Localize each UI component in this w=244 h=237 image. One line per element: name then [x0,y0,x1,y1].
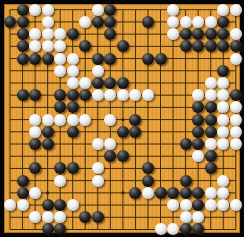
black-stone[interactable] [42,199,54,211]
black-stone[interactable] [192,187,204,199]
black-stone[interactable] [17,16,29,28]
black-stone[interactable] [17,89,29,101]
black-stone[interactable] [117,150,129,162]
white-stone[interactable] [192,150,204,162]
white-stone[interactable] [217,114,229,126]
black-stone[interactable] [67,89,79,101]
white-stone[interactable] [167,223,179,235]
white-stone[interactable] [167,199,179,211]
black-stone[interactable] [217,65,229,77]
black-stone[interactable] [142,175,154,187]
white-stone[interactable] [217,138,229,150]
white-stone[interactable] [67,199,79,211]
white-stone[interactable] [42,211,54,223]
black-stone[interactable] [205,126,217,138]
white-stone[interactable] [67,53,79,65]
white-stone[interactable] [217,175,229,187]
white-stone[interactable] [180,211,192,223]
black-stone[interactable] [54,162,66,174]
white-stone[interactable] [67,77,79,89]
black-stone[interactable] [54,101,66,113]
black-stone[interactable] [54,223,66,235]
white-stone[interactable] [192,16,204,28]
white-stone[interactable] [230,53,242,65]
white-stone[interactable] [230,199,242,211]
black-stone[interactable] [205,150,217,162]
black-stone[interactable] [117,126,129,138]
white-stone[interactable] [217,77,229,89]
black-stone[interactable] [54,89,66,101]
black-stone[interactable] [192,40,204,52]
white-stone[interactable] [92,89,104,101]
black-stone[interactable] [192,101,204,113]
white-stone[interactable] [92,162,104,174]
white-stone[interactable] [104,114,116,126]
white-stone[interactable] [42,40,54,52]
white-stone[interactable] [167,16,179,28]
black-stone[interactable] [217,16,229,28]
black-stone[interactable] [167,187,179,199]
white-stone[interactable] [230,101,242,113]
white-stone[interactable] [4,199,16,211]
white-stone[interactable] [104,138,116,150]
black-stone[interactable] [205,28,217,40]
black-stone[interactable] [230,89,242,101]
white-stone[interactable] [205,89,217,101]
black-stone[interactable] [17,53,29,65]
white-stone[interactable] [42,114,54,126]
white-stone[interactable] [155,223,167,235]
white-stone[interactable] [29,4,41,16]
black-stone[interactable] [42,126,54,138]
black-stone[interactable] [92,16,104,28]
white-stone[interactable] [29,40,41,52]
white-stone[interactable] [29,211,41,223]
black-stone[interactable] [92,77,104,89]
black-stone[interactable] [104,28,116,40]
white-stone[interactable] [54,53,66,65]
black-stone[interactable] [155,187,167,199]
white-stone[interactable] [54,28,66,40]
black-stone[interactable] [180,223,192,235]
black-stone[interactable] [42,138,54,150]
white-stone[interactable] [29,28,41,40]
black-stone[interactable] [104,77,116,89]
white-stone[interactable] [29,126,41,138]
black-stone[interactable] [192,114,204,126]
white-stone[interactable] [79,16,91,28]
white-stone[interactable] [92,4,104,16]
black-stone[interactable] [142,162,154,174]
black-stone[interactable] [29,89,41,101]
white-stone[interactable] [92,65,104,77]
black-stone[interactable] [104,150,116,162]
white-stone[interactable] [79,114,91,126]
black-stone[interactable] [180,40,192,52]
black-stone[interactable] [54,199,66,211]
white-stone[interactable] [142,187,154,199]
white-stone[interactable] [230,28,242,40]
white-stone[interactable] [54,211,66,223]
white-stone[interactable] [67,114,79,126]
black-stone[interactable] [29,53,41,65]
white-stone[interactable] [92,175,104,187]
black-stone[interactable] [79,211,91,223]
black-stone[interactable] [17,187,29,199]
black-stone[interactable] [142,16,154,28]
white-stone[interactable] [42,28,54,40]
black-stone[interactable] [217,40,229,52]
black-stone[interactable] [205,40,217,52]
white-stone[interactable] [29,187,41,199]
white-stone[interactable] [205,199,217,211]
black-stone[interactable] [104,16,116,28]
white-stone[interactable] [180,16,192,28]
white-stone[interactable] [54,114,66,126]
black-stone[interactable] [4,16,16,28]
black-stone[interactable] [142,53,154,65]
black-stone[interactable] [117,77,129,89]
black-stone[interactable] [17,175,29,187]
white-stone[interactable] [42,4,54,16]
white-stone[interactable] [217,187,229,199]
go-game-window [0,0,244,237]
white-stone[interactable] [205,16,217,28]
black-stone[interactable] [192,126,204,138]
white-stone[interactable] [67,65,79,77]
black-stone[interactable] [92,53,104,65]
black-stone[interactable] [117,40,129,52]
white-stone[interactable] [217,101,229,113]
black-stone[interactable] [104,53,116,65]
black-stone[interactable] [104,4,116,16]
black-stone[interactable] [192,223,204,235]
black-stone[interactable] [17,28,29,40]
white-stone[interactable] [230,138,242,150]
black-stone[interactable] [192,28,204,40]
black-stone[interactable] [180,28,192,40]
black-stone[interactable] [155,53,167,65]
white-stone[interactable] [104,89,116,101]
black-stone[interactable] [17,4,29,16]
black-stone[interactable] [180,187,192,199]
white-stone[interactable] [29,114,41,126]
white-stone[interactable] [117,89,129,101]
black-stone[interactable] [192,199,204,211]
white-stone[interactable] [92,138,104,150]
black-stone[interactable] [29,138,41,150]
black-stone[interactable] [180,138,192,150]
black-stone[interactable] [67,162,79,174]
black-stone[interactable] [67,101,79,113]
black-stone[interactable] [129,126,141,138]
black-stone[interactable] [192,138,204,150]
black-stone[interactable] [67,126,79,138]
white-stone[interactable] [217,4,229,16]
white-stone[interactable] [42,16,54,28]
white-stone[interactable] [230,126,242,138]
black-stone[interactable] [205,162,217,174]
white-stone[interactable] [230,4,242,16]
black-stone[interactable] [42,53,54,65]
black-stone[interactable] [230,40,242,52]
black-stone[interactable] [67,28,79,40]
black-stone[interactable] [129,187,141,199]
go-board[interactable] [4,4,240,233]
white-stone[interactable] [180,199,192,211]
black-stone[interactable] [205,114,217,126]
white-stone[interactable] [192,89,204,101]
black-stone[interactable] [42,223,54,235]
black-stone[interactable] [180,175,192,187]
white-stone[interactable] [230,114,242,126]
white-stone[interactable] [54,40,66,52]
white-stone[interactable] [192,211,204,223]
white-stone[interactable] [129,89,141,101]
white-stone[interactable] [217,89,229,101]
black-stone[interactable] [29,162,41,174]
white-stone[interactable] [205,187,217,199]
white-stone[interactable] [217,199,229,211]
white-stone[interactable] [79,77,91,89]
black-stone[interactable] [217,28,229,40]
white-stone[interactable] [167,4,179,16]
black-stone[interactable] [79,40,91,52]
white-stone[interactable] [142,89,154,101]
white-stone[interactable] [205,77,217,89]
black-stone[interactable] [205,101,217,113]
white-stone[interactable] [54,175,66,187]
black-stone[interactable] [79,89,91,101]
black-stone[interactable] [129,114,141,126]
white-stone[interactable] [217,126,229,138]
white-stone[interactable] [205,138,217,150]
white-stone[interactable] [167,28,179,40]
black-stone[interactable] [92,211,104,223]
white-stone[interactable] [17,199,29,211]
white-stone[interactable] [54,65,66,77]
black-stone[interactable] [17,40,29,52]
